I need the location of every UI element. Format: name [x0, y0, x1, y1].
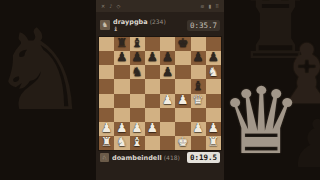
square-e2[interactable]	[160, 122, 175, 136]
top-player-clock: 0:35.7	[187, 20, 220, 31]
square-b4[interactable]	[114, 94, 129, 108]
square-a6[interactable]	[99, 65, 114, 79]
bottom-player-rating: (418)	[164, 154, 180, 161]
square-b5[interactable]	[114, 79, 129, 93]
video-frame: ♞ ♜ ♝ ♛ ♟ ✕♪◇ ≋▮⠿ ♞ draypgba (234) ♝ 0:3…	[0, 0, 320, 180]
square-d7[interactable]: ♟	[145, 51, 160, 65]
piece-black-pawn[interactable]: ♟	[116, 51, 127, 64]
piece-black-pawn[interactable]: ♟	[208, 51, 219, 64]
bottom-player-avatar[interactable]: ♘	[100, 153, 109, 162]
piece-black-pawn[interactable]: ♟	[132, 51, 143, 64]
square-g1[interactable]	[191, 136, 206, 150]
square-c5[interactable]	[130, 79, 145, 93]
square-h6[interactable]: ♞	[206, 65, 221, 79]
bottom-player-info: doambeindell (418)	[112, 154, 187, 162]
square-f4[interactable]: ♟	[175, 94, 190, 108]
top-player-captured-pieces: ♝	[113, 26, 187, 32]
decorative-pawn-icon: ♟	[288, 112, 320, 178]
top-captured-glyphs: ♝	[113, 26, 118, 32]
square-g2[interactable]: ♟	[191, 122, 206, 136]
square-e6[interactable]: ♟	[160, 65, 175, 79]
square-c4[interactable]	[130, 94, 145, 108]
chess-board: ♜♝♚♟♟♟♟♟♟♞♟♞♝♟♟♛♟♟♟♟♟♟♜♞♝♚♜	[99, 37, 221, 150]
decorative-rook-icon: ♜	[236, 0, 315, 72]
square-b1[interactable]: ♞	[114, 136, 129, 150]
square-c1[interactable]: ♝	[130, 136, 145, 150]
top-player-info: draypgba (234) ♝	[113, 18, 187, 32]
piece-black-pawn[interactable]: ♟	[162, 66, 173, 79]
square-d2[interactable]: ♟	[145, 122, 160, 136]
app-screen: ✕♪◇ ≋▮⠿ ♞ draypgba (234) ♝ 0:35.7 ♜♝♚♟♟♟…	[96, 0, 224, 180]
square-d5[interactable]	[145, 79, 160, 93]
square-e1[interactable]	[160, 136, 175, 150]
status-icon: ▮	[209, 4, 212, 9]
square-e3[interactable]	[160, 108, 175, 122]
square-f6[interactable]	[175, 65, 190, 79]
square-b7[interactable]: ♟	[114, 51, 129, 65]
piece-white-pawn[interactable]: ♟	[116, 122, 127, 135]
square-c6[interactable]: ♞	[130, 65, 145, 79]
square-g7[interactable]: ♟	[191, 51, 206, 65]
bottom-player-row: ♘ doambeindell (418) 0:19.5	[96, 150, 224, 165]
piece-white-knight[interactable]: ♞	[116, 136, 127, 149]
piece-black-bishop[interactable]: ♝	[193, 80, 204, 93]
status-icon: ✕	[101, 4, 105, 9]
bottom-player-clock: 0:19.5	[187, 152, 220, 163]
piece-white-rook[interactable]: ♜	[101, 136, 112, 149]
square-b6[interactable]	[114, 65, 129, 79]
square-a5[interactable]	[99, 79, 114, 93]
square-d4[interactable]	[145, 94, 160, 108]
square-d6[interactable]	[145, 65, 160, 79]
top-player-avatar[interactable]: ♞	[100, 20, 110, 30]
square-f3[interactable]	[175, 108, 190, 122]
top-player-row: ♞ draypgba (234) ♝ 0:35.7	[96, 14, 224, 36]
status-icons-right: ≋▮⠿	[200, 4, 219, 9]
square-f1[interactable]: ♚	[175, 136, 190, 150]
piece-black-pawn[interactable]: ♟	[162, 51, 173, 64]
square-f8[interactable]: ♚	[175, 37, 190, 51]
piece-black-knight[interactable]: ♞	[132, 66, 143, 79]
square-a7[interactable]	[99, 51, 114, 65]
decorative-queen-icon: ♛	[220, 76, 302, 168]
square-g4[interactable]: ♛	[191, 94, 206, 108]
status-icons-left: ✕♪◇	[101, 4, 120, 9]
decorative-bishop-icon: ♝	[270, 34, 320, 116]
piece-black-bishop[interactable]: ♝	[132, 37, 143, 50]
top-player-rating: (234)	[150, 18, 166, 25]
piece-black-pawn[interactable]: ♟	[147, 51, 158, 64]
square-f7[interactable]	[175, 51, 190, 65]
piece-white-pawn[interactable]: ♟	[101, 122, 112, 135]
square-d1[interactable]	[145, 136, 160, 150]
square-a1[interactable]: ♜	[99, 136, 114, 150]
square-e4[interactable]: ♟	[160, 94, 175, 108]
piece-white-pawn[interactable]: ♟	[177, 94, 188, 107]
square-h1[interactable]: ♜	[206, 136, 221, 150]
piece-black-pawn[interactable]: ♟	[193, 51, 204, 64]
piece-white-king[interactable]: ♚	[177, 136, 188, 149]
square-a8[interactable]	[99, 37, 114, 51]
status-icon: ≋	[200, 4, 204, 9]
status-icon: ♪	[109, 4, 112, 9]
top-player-name[interactable]: draypgba	[113, 18, 148, 26]
status-icon: ⠿	[215, 4, 219, 9]
piece-white-pawn[interactable]: ♟	[162, 94, 173, 107]
piece-black-king[interactable]: ♚	[177, 37, 188, 50]
decorative-knight-icon: ♞	[0, 14, 90, 126]
square-a4[interactable]	[99, 94, 114, 108]
piece-white-pawn[interactable]: ♟	[193, 122, 204, 135]
bottom-player-name[interactable]: doambeindell	[112, 154, 162, 162]
status-icon: ◇	[116, 4, 120, 9]
piece-white-rook[interactable]: ♜	[208, 136, 219, 149]
piece-white-pawn[interactable]: ♟	[147, 122, 158, 135]
piece-white-queen[interactable]: ♛	[193, 94, 204, 107]
piece-white-knight[interactable]: ♞	[208, 66, 219, 79]
piece-black-rook[interactable]: ♜	[116, 37, 127, 50]
status-bar: ✕♪◇ ≋▮⠿	[96, 0, 224, 12]
piece-white-bishop[interactable]: ♝	[132, 136, 143, 149]
square-h5[interactable]	[206, 79, 221, 93]
square-h4[interactable]	[206, 94, 221, 108]
piece-white-pawn[interactable]: ♟	[208, 122, 219, 135]
piece-white-pawn[interactable]: ♟	[132, 122, 143, 135]
